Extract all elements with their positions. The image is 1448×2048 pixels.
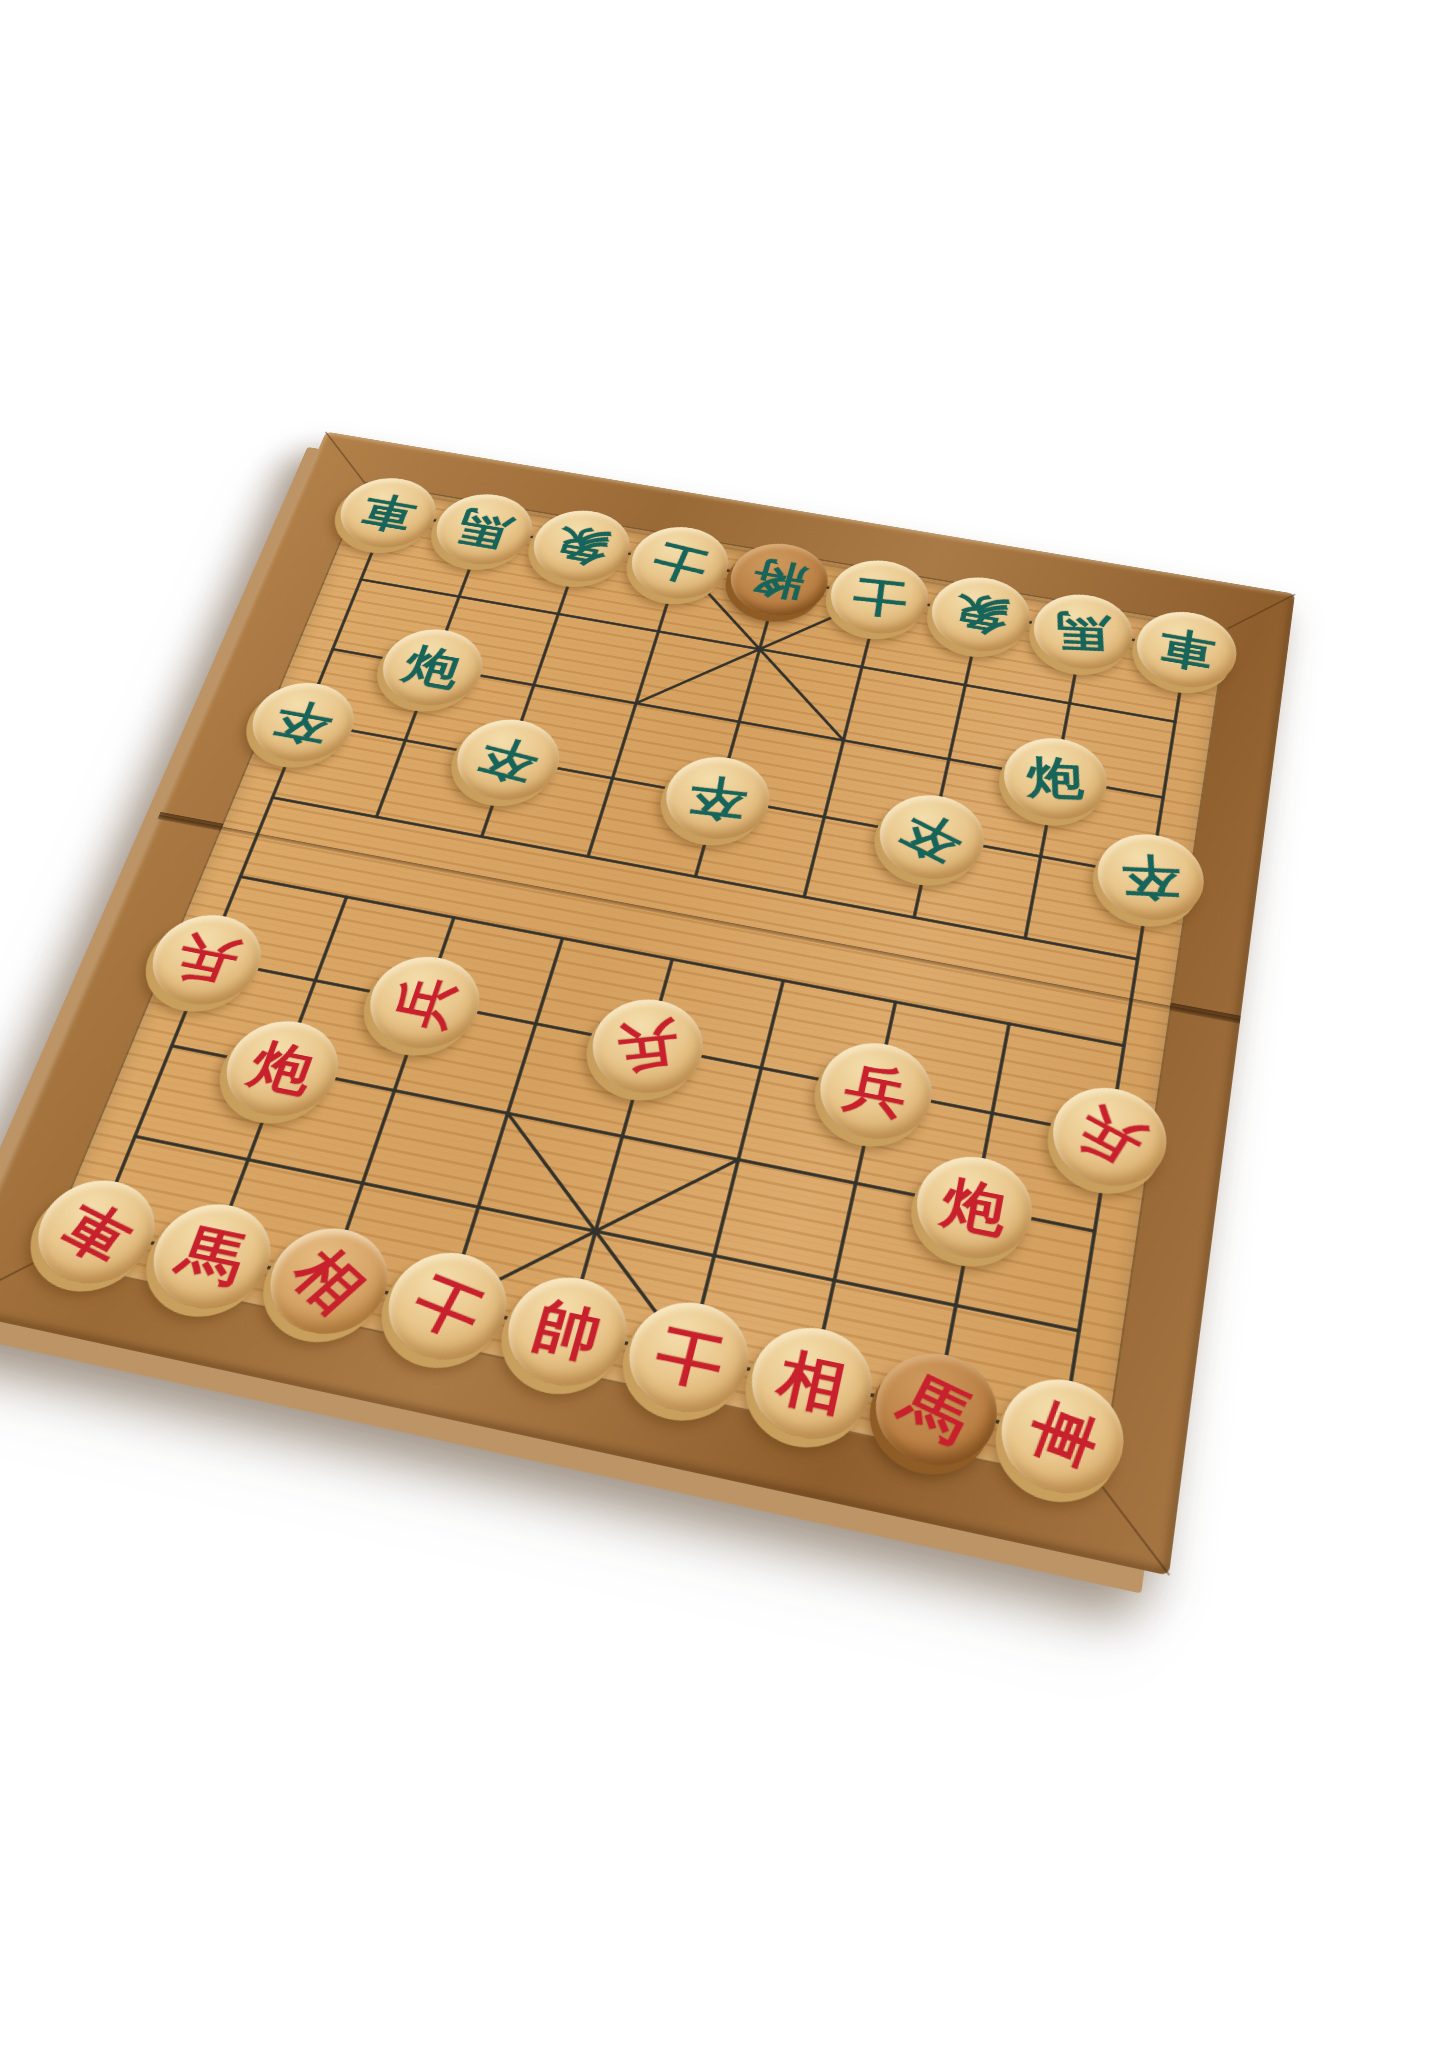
green-cannon-glyph: 炮 (398, 642, 466, 692)
piece-red-cannon[interactable]: 炮 (212, 1012, 352, 1125)
red-advisor-glyph: 士 (649, 1321, 728, 1393)
piece-red-soldier[interactable]: 兵 (357, 948, 492, 1057)
piece-green-soldier[interactable]: 卒 (1091, 826, 1209, 928)
piece-red-soldier[interactable]: 兵 (810, 1034, 940, 1149)
piece-green-chariot[interactable]: 車 (1131, 605, 1241, 695)
green-chariot-glyph: 車 (1156, 624, 1217, 674)
green-cannon-glyph: 炮 (1026, 755, 1085, 802)
red-general-glyph: 帥 (527, 1295, 607, 1366)
green-soldier-glyph: 卒 (472, 732, 544, 788)
piece-green-elephant[interactable]: 象 (924, 570, 1036, 658)
xiangqi-board: 車馬象士將士象馬車炮炮卒卒卒卒卒兵兵兵兵兵炮炮車馬相士帥士相馬車 (0, 432, 1295, 1576)
piece-green-soldier[interactable]: 卒 (656, 749, 779, 847)
piece-green-soldier[interactable]: 卒 (239, 676, 366, 770)
red-horse-glyph: 馬 (171, 1222, 253, 1291)
green-advisor-glyph: 士 (646, 538, 713, 588)
green-soldier-glyph: 卒 (686, 772, 750, 823)
piece-green-cannon[interactable]: 炮 (997, 730, 1114, 827)
red-advisor-glyph: 士 (404, 1267, 491, 1344)
green-advisor-glyph: 士 (850, 574, 909, 619)
piece-green-cannon[interactable]: 炮 (371, 622, 494, 713)
red-elephant-glyph: 相 (283, 1240, 375, 1322)
piece-red-horse[interactable]: 馬 (866, 1343, 1005, 1477)
piece-green-soldier[interactable]: 卒 (871, 787, 992, 887)
piece-red-general[interactable]: 帥 (495, 1267, 639, 1396)
red-horse-glyph: 馬 (892, 1367, 981, 1451)
piece-green-horse[interactable]: 馬 (425, 488, 542, 572)
red-soldier-glyph: 兵 (840, 1059, 912, 1122)
piece-red-cannon[interactable]: 炮 (908, 1147, 1040, 1268)
photo-canvas: 車馬象士將士象馬車炮炮卒卒卒卒卒兵兵兵兵兵炮炮車馬相士帥士相馬車 (0, 0, 1448, 2048)
red-soldier-glyph: 兵 (1067, 1099, 1152, 1174)
green-elephant-glyph: 象 (549, 522, 613, 569)
piece-green-general[interactable]: 將 (722, 537, 836, 623)
red-cannon-glyph: 炮 (243, 1037, 321, 1100)
pieces-layer: 車馬象士將士象馬車炮炮卒卒卒卒卒兵兵兵兵兵炮炮車馬相士帥士相馬車 (0, 432, 1295, 1576)
red-chariot-glyph: 車 (51, 1193, 141, 1270)
piece-red-soldier[interactable]: 兵 (1045, 1079, 1172, 1196)
piece-green-elephant[interactable]: 象 (523, 504, 639, 589)
red-cannon-glyph: 炮 (938, 1174, 1011, 1241)
piece-red-horse[interactable]: 馬 (137, 1194, 285, 1318)
piece-red-advisor[interactable]: 士 (374, 1243, 520, 1371)
piece-green-horse[interactable]: 馬 (1027, 587, 1138, 676)
red-soldier-glyph: 兵 (169, 930, 245, 989)
green-general-glyph: 將 (747, 556, 810, 604)
piece-red-elephant[interactable]: 相 (255, 1218, 402, 1344)
red-chariot-glyph: 車 (1020, 1395, 1105, 1477)
piece-green-chariot[interactable]: 車 (329, 472, 447, 555)
green-soldier-glyph: 卒 (268, 696, 338, 748)
green-elephant-glyph: 象 (950, 590, 1012, 639)
red-soldier-glyph: 兵 (614, 1017, 681, 1075)
piece-red-chariot[interactable]: 車 (993, 1369, 1131, 1505)
piece-green-soldier[interactable]: 卒 (445, 712, 570, 808)
green-horse-glyph: 馬 (1055, 610, 1111, 653)
green-soldier-glyph: 卒 (892, 805, 971, 869)
piece-red-soldier[interactable]: 兵 (581, 991, 714, 1103)
red-elephant-glyph: 相 (773, 1346, 851, 1419)
piece-red-advisor[interactable]: 士 (617, 1292, 760, 1423)
piece-red-elephant[interactable]: 相 (741, 1317, 882, 1449)
green-chariot-glyph: 車 (355, 490, 421, 536)
green-horse-glyph: 馬 (452, 506, 517, 552)
piece-red-soldier[interactable]: 兵 (137, 907, 275, 1014)
piece-green-advisor[interactable]: 士 (622, 520, 737, 606)
piece-green-advisor[interactable]: 士 (822, 554, 935, 641)
green-soldier-glyph: 卒 (1120, 852, 1181, 902)
red-soldier-glyph: 兵 (387, 972, 462, 1033)
piece-red-chariot[interactable]: 車 (21, 1171, 171, 1294)
